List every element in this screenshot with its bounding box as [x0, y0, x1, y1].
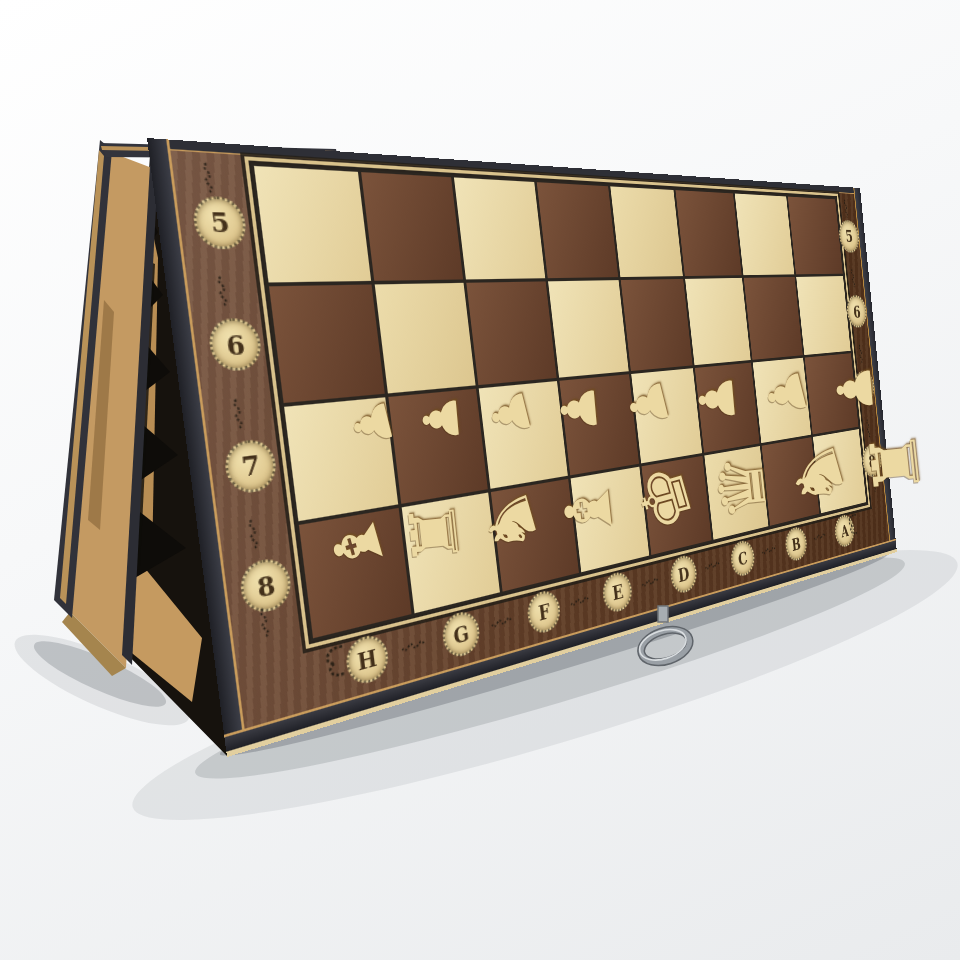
vine-ornament — [489, 610, 514, 634]
square-e5[interactable] — [537, 182, 618, 278]
latch-pin — [658, 606, 668, 622]
file-label-C: C — [729, 538, 756, 578]
square-d5[interactable] — [610, 186, 683, 277]
vine-ornament — [812, 528, 827, 545]
file-label-G: G — [440, 608, 481, 660]
product-photo-scene: 55667788HGFEDCBA ♟♟♟♟♟♟♟♟♝♜♞♝♚♛♞♜ — [0, 0, 960, 960]
square-d6[interactable] — [620, 279, 692, 370]
white-rook[interactable]: ♜ — [855, 425, 935, 500]
file-label-F: F — [526, 588, 562, 637]
white-pawn[interactable]: ♟ — [825, 361, 885, 418]
vine-ornament — [568, 590, 590, 612]
square-b5[interactable] — [735, 194, 795, 276]
vine-ornament — [399, 633, 428, 659]
square-c6[interactable] — [685, 278, 750, 365]
white-bishop[interactable]: ♝ — [548, 472, 628, 547]
vine-ornament — [760, 542, 776, 560]
white-pawn[interactable]: ♟ — [411, 391, 471, 448]
vine-ornament — [241, 516, 265, 553]
square-c5[interactable] — [676, 190, 742, 276]
latch-clasp — [620, 604, 715, 689]
square-h5[interactable] — [254, 166, 371, 283]
square-g6[interactable] — [374, 283, 475, 393]
square-f6[interactable] — [467, 282, 557, 385]
vine-ornament — [319, 640, 353, 684]
file-label-B: B — [784, 525, 808, 563]
square-a5[interactable] — [788, 197, 843, 275]
rank-label-left-7: 7 — [222, 437, 278, 495]
square-e6[interactable] — [548, 280, 628, 377]
vine-ornament — [252, 604, 276, 642]
white-pawn[interactable]: ♟ — [549, 381, 609, 438]
vine-ornament — [640, 572, 660, 593]
vine-ornament — [210, 274, 235, 309]
vine-ornament — [845, 511, 860, 539]
square-a6[interactable] — [796, 276, 850, 354]
square-b6[interactable] — [744, 277, 803, 359]
white-rook[interactable]: ♜ — [394, 496, 474, 571]
rank-label-left-5: 5 — [191, 195, 249, 249]
vine-ornament — [848, 268, 858, 289]
file-label-D: D — [669, 553, 698, 596]
white-queen[interactable]: ♛ — [702, 449, 782, 524]
vine-ornament — [226, 395, 250, 431]
square-f5[interactable] — [454, 177, 545, 279]
vine-ornament — [703, 556, 721, 575]
rank-label-left-6: 6 — [207, 318, 264, 373]
white-pawn[interactable]: ♟ — [687, 371, 747, 428]
vine-ornament — [195, 160, 220, 195]
square-g5[interactable] — [361, 172, 464, 281]
square-h6[interactable] — [269, 285, 384, 403]
vine-ornament — [841, 198, 851, 219]
